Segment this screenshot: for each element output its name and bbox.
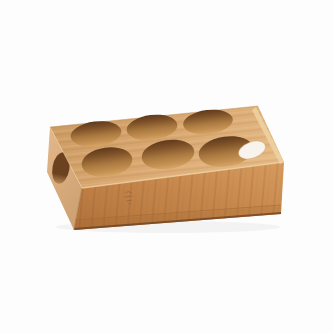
product-photo-stage [0,0,333,333]
bamboo-caddy-illustration [0,0,333,333]
